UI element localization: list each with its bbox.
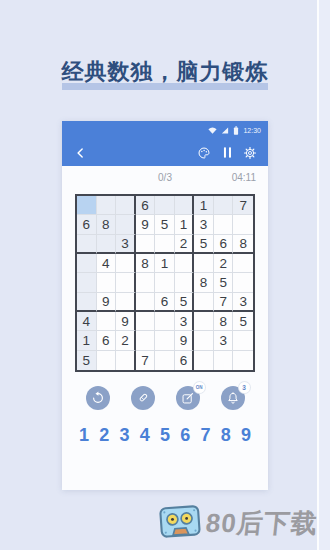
sudoku-cell-r8c2[interactable]: 6 xyxy=(97,331,117,350)
sudoku-cell-r4c3[interactable] xyxy=(116,254,136,273)
pause-icon xyxy=(222,146,233,159)
number-pad: 1 2 3 4 5 6 7 8 9 xyxy=(77,424,253,446)
sudoku-cell-r9c5[interactable] xyxy=(155,351,175,370)
sudoku-cell-r2c7[interactable]: 3 xyxy=(194,215,214,234)
sudoku-cell-r7c2[interactable] xyxy=(97,312,117,331)
sudoku-cell-r5c2[interactable] xyxy=(97,273,117,292)
sudoku-cell-r6c3[interactable] xyxy=(116,293,136,312)
sudoku-cell-r9c8[interactable] xyxy=(214,351,234,370)
sudoku-cell-r1c1[interactable] xyxy=(77,196,97,215)
sudoku-cell-r1c4[interactable]: 6 xyxy=(136,196,156,215)
numpad-2[interactable]: 2 xyxy=(97,424,111,446)
sudoku-cell-r3c3[interactable]: 3 xyxy=(116,235,136,254)
edit-icon xyxy=(181,391,195,405)
sudoku-cell-r1c5[interactable] xyxy=(155,196,175,215)
sudoku-cell-r4c5[interactable]: 1 xyxy=(155,254,175,273)
wifi-icon xyxy=(208,127,217,134)
undo-button[interactable] xyxy=(86,386,110,410)
sudoku-cell-r8c9[interactable] xyxy=(233,331,253,350)
sudoku-cell-r2c6[interactable]: 1 xyxy=(175,215,195,234)
sudoku-cell-r2c3[interactable] xyxy=(116,215,136,234)
watermark-text: 80后下载 xyxy=(204,506,320,541)
sudoku-cell-r1c6[interactable] xyxy=(175,196,195,215)
back-icon xyxy=(74,146,88,160)
sudoku-cell-r5c6[interactable] xyxy=(175,273,195,292)
sudoku-cell-r7c9[interactable]: 5 xyxy=(233,312,253,331)
sudoku-cell-r3c8[interactable]: 6 xyxy=(214,235,234,254)
battery-icon xyxy=(233,126,239,135)
phone-screenshot: 12:30 xyxy=(62,121,268,490)
sudoku-cell-r7c7[interactable] xyxy=(194,312,214,331)
numpad-1[interactable]: 1 xyxy=(77,424,91,446)
game-timer: 04:11 xyxy=(232,172,256,183)
sudoku-cell-r7c1[interactable]: 4 xyxy=(77,312,97,331)
sudoku-cell-r9c6[interactable]: 6 xyxy=(175,351,195,370)
sudoku-cell-r8c4[interactable] xyxy=(136,331,156,350)
sudoku-cell-r5c4[interactable] xyxy=(136,273,156,292)
sudoku-cell-r9c7[interactable] xyxy=(194,351,214,370)
sudoku-cell-r4c2[interactable]: 4 xyxy=(97,254,117,273)
sudoku-cell-r4c4[interactable]: 8 xyxy=(136,254,156,273)
sudoku-cell-r8c8[interactable]: 3 xyxy=(214,331,234,350)
sudoku-cell-r4c1[interactable] xyxy=(77,254,97,273)
sudoku-cell-r8c6[interactable]: 9 xyxy=(175,331,195,350)
sudoku-cell-r4c9[interactable] xyxy=(233,254,253,273)
sudoku-cell-r5c9[interactable] xyxy=(233,273,253,292)
back-button[interactable] xyxy=(72,144,89,161)
sudoku-cell-r3c6[interactable]: 2 xyxy=(175,235,195,254)
banner-title: 经典数独，脑力锻炼 xyxy=(0,57,330,87)
sudoku-cell-r1c8[interactable] xyxy=(214,196,234,215)
sudoku-cell-r1c3[interactable] xyxy=(116,196,136,215)
numpad-9[interactable]: 9 xyxy=(239,424,253,446)
sudoku-cell-r6c6[interactable]: 5 xyxy=(175,293,195,312)
notes-badge: ON xyxy=(194,382,205,393)
sudoku-cell-r4c7[interactable] xyxy=(194,254,214,273)
sudoku-cell-r3c7[interactable]: 5 xyxy=(194,235,214,254)
pause-button[interactable] xyxy=(220,146,234,160)
notes-button[interactable]: ON xyxy=(176,386,200,410)
sudoku-cell-r5c8[interactable]: 5 xyxy=(214,273,234,292)
sudoku-cell-r3c1[interactable] xyxy=(77,235,97,254)
sudoku-cell-r2c1[interactable]: 6 xyxy=(77,215,97,234)
sudoku-cell-r2c2[interactable]: 8 xyxy=(97,215,117,234)
sudoku-cell-r9c9[interactable] xyxy=(233,351,253,370)
sudoku-cell-r7c3[interactable]: 9 xyxy=(116,312,136,331)
palette-icon xyxy=(197,146,211,160)
sudoku-cell-r5c1[interactable] xyxy=(77,273,97,292)
numpad-6[interactable]: 6 xyxy=(178,424,192,446)
sudoku-cell-r7c4[interactable] xyxy=(136,312,156,331)
sudoku-board: 61768951332568481285965734938516293576 xyxy=(75,194,255,372)
signal-icon xyxy=(221,127,229,134)
sudoku-cell-r6c9[interactable]: 3 xyxy=(233,293,253,312)
sudoku-cell-r6c7[interactable] xyxy=(194,293,214,312)
numpad-3[interactable]: 3 xyxy=(118,424,132,446)
sudoku-cell-r6c5[interactable]: 6 xyxy=(155,293,175,312)
sudoku-cell-r2c4[interactable]: 9 xyxy=(136,215,156,234)
sudoku-cell-r2c8[interactable] xyxy=(214,215,234,234)
sudoku-cell-r3c2[interactable] xyxy=(97,235,117,254)
sudoku-cell-r6c2[interactable]: 9 xyxy=(97,293,117,312)
sudoku-cell-r8c3[interactable]: 2 xyxy=(116,331,136,350)
sudoku-cell-r5c7[interactable]: 8 xyxy=(194,273,214,292)
numpad-4[interactable]: 4 xyxy=(138,424,152,446)
sudoku-cell-r7c5[interactable] xyxy=(155,312,175,331)
sudoku-cell-r6c4[interactable] xyxy=(136,293,156,312)
sudoku-cell-r5c5[interactable] xyxy=(155,273,175,292)
sudoku-cell-r4c6[interactable] xyxy=(175,254,195,273)
cassette-robot-icon xyxy=(159,501,201,543)
hint-button[interactable]: 3 xyxy=(221,386,245,410)
sudoku-cell-r9c2[interactable] xyxy=(97,351,117,370)
settings-button[interactable] xyxy=(243,146,257,160)
sudoku-cell-r1c7[interactable]: 1 xyxy=(194,196,214,215)
sudoku-cell-r5c3[interactable] xyxy=(116,273,136,292)
sudoku-cell-r9c3[interactable] xyxy=(116,351,136,370)
sudoku-cell-r3c4[interactable] xyxy=(136,235,156,254)
nav-bar xyxy=(62,139,268,166)
numpad-7[interactable]: 7 xyxy=(199,424,213,446)
sudoku-cell-r9c4[interactable]: 7 xyxy=(136,351,156,370)
undo-icon xyxy=(91,391,105,405)
sudoku-cell-r8c5[interactable] xyxy=(155,331,175,350)
app-store-screenshot: 经典数独，脑力锻炼 12:30 xyxy=(0,0,330,550)
hint-badge: 3 xyxy=(239,382,250,393)
status-bar: 12:30 xyxy=(62,121,268,139)
sudoku-cell-r2c5[interactable]: 5 xyxy=(155,215,175,234)
sudoku-cell-r7c8[interactable]: 8 xyxy=(214,312,234,331)
sudoku-cell-r1c2[interactable] xyxy=(97,196,117,215)
toolbar: ON 3 xyxy=(75,385,255,411)
status-time: 12:30 xyxy=(243,127,261,134)
sudoku-cell-r8c7[interactable] xyxy=(194,331,214,350)
sudoku-cell-r9c1[interactable]: 5 xyxy=(77,351,97,370)
sudoku-cell-r4c8[interactable]: 2 xyxy=(214,254,234,273)
numpad-8[interactable]: 8 xyxy=(219,424,233,446)
sudoku-cell-r3c5[interactable] xyxy=(155,235,175,254)
sudoku-cell-r2c9[interactable] xyxy=(233,215,253,234)
sudoku-cell-r6c8[interactable]: 7 xyxy=(214,293,234,312)
sudoku-cell-r1c9[interactable]: 7 xyxy=(233,196,253,215)
bell-icon xyxy=(226,391,240,405)
theme-button[interactable] xyxy=(197,146,211,160)
settings-icon xyxy=(243,146,257,160)
sudoku-cell-r3c9[interactable]: 8 xyxy=(233,235,253,254)
sudoku-cell-r8c1[interactable]: 1 xyxy=(77,331,97,350)
sudoku-cell-r7c6[interactable]: 3 xyxy=(175,312,195,331)
eraser-icon xyxy=(136,391,150,405)
sudoku-cell-r6c1[interactable] xyxy=(77,293,97,312)
erase-button[interactable] xyxy=(131,386,155,410)
numpad-5[interactable]: 5 xyxy=(158,424,172,446)
